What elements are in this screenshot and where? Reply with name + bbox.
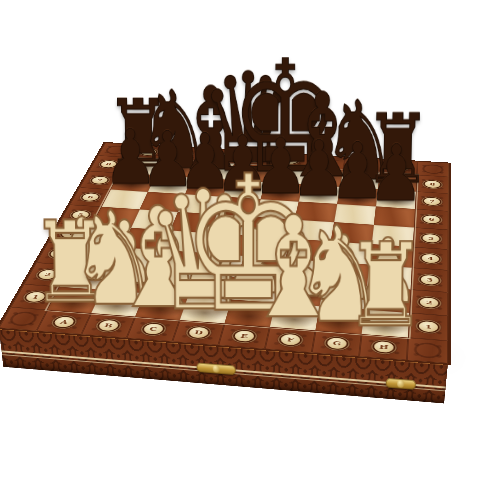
piece-white-rook[interactable]: ♜ [317, 240, 455, 332]
near-file-label-E: E [234, 330, 255, 342]
chessboard: ABCDEFGH8877665544332211ABCDEFGH♜♞♝♛♚♝♞♜… [0, 143, 449, 364]
near-file-label-C: C [142, 323, 164, 335]
near-file-label-G: G [327, 337, 348, 349]
chessboard-scene: ABCDEFGH8877665544332211ABCDEFGH♜♞♝♛♚♝♞♜… [0, 143, 449, 364]
near-file-label-B: B [97, 320, 120, 332]
near-file-label-D: D [188, 327, 210, 339]
piece-black-pawn[interactable]: ♟ [338, 142, 454, 205]
near-file-label-H: H [374, 341, 394, 353]
near-file-label-F: F [280, 334, 301, 346]
brass-latch [196, 363, 235, 376]
product-photo-background: ABCDEFGH8877665544332211ABCDEFGH♜♞♝♛♚♝♞♜… [0, 0, 500, 500]
brass-hinge [385, 378, 416, 390]
near-file-label-A: A [53, 316, 76, 327]
frame-corner-ornament [407, 338, 448, 364]
